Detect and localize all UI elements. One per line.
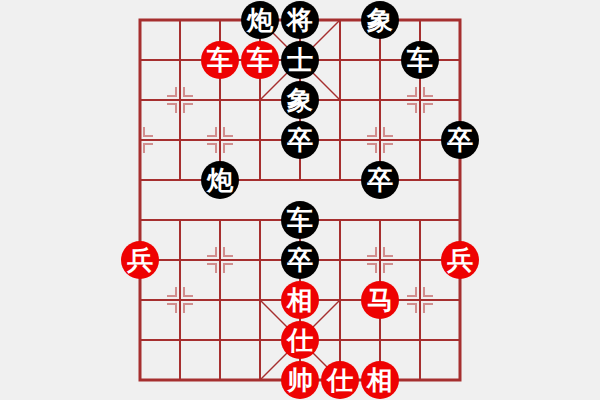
piece-black-chariot[interactable]: 车: [401, 41, 439, 79]
piece-red-general[interactable]: 帅: [281, 361, 319, 399]
piece-red-elephant[interactable]: 相: [361, 361, 399, 399]
piece-red-pawn[interactable]: 兵: [441, 241, 479, 279]
piece-black-general[interactable]: 将: [281, 1, 319, 39]
piece-black-elephant[interactable]: 象: [281, 81, 319, 119]
piece-black-pawn[interactable]: 卒: [441, 121, 479, 159]
piece-black-pawn[interactable]: 卒: [361, 161, 399, 199]
piece-red-advisor[interactable]: 仕: [281, 321, 319, 359]
piece-black-pawn[interactable]: 卒: [281, 121, 319, 159]
piece-black-pawn[interactable]: 卒: [281, 241, 319, 279]
piece-black-chariot[interactable]: 车: [281, 201, 319, 239]
piece-black-elephant[interactable]: 象: [361, 1, 399, 39]
piece-red-chariot[interactable]: 车: [201, 41, 239, 79]
piece-red-pawn[interactable]: 兵: [121, 241, 159, 279]
piece-red-elephant[interactable]: 相: [281, 281, 319, 319]
piece-red-chariot[interactable]: 车: [241, 41, 279, 79]
xiangqi-board[interactable]: 炮将象车车士车象卒卒炮卒车兵卒兵相马仕帅仕相: [0, 0, 600, 400]
piece-black-cannon[interactable]: 炮: [241, 1, 279, 39]
piece-black-advisor[interactable]: 士: [281, 41, 319, 79]
piece-black-cannon[interactable]: 炮: [201, 161, 239, 199]
piece-red-horse[interactable]: 马: [361, 281, 399, 319]
piece-red-advisor[interactable]: 仕: [321, 361, 359, 399]
